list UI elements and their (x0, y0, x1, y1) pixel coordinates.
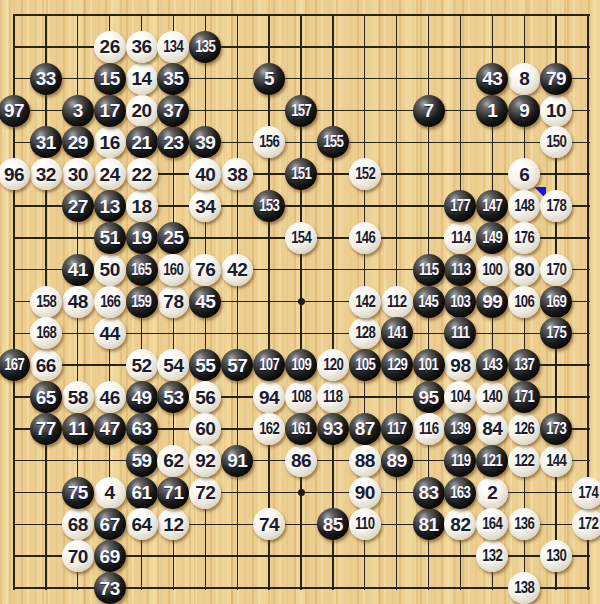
stone-72-white[interactable]: 72 (189, 477, 221, 509)
stone-82-white[interactable]: 82 (444, 508, 476, 540)
move-number: 151 (291, 166, 311, 182)
stone-89-black[interactable]: 89 (381, 445, 413, 477)
move-number: 73 (100, 579, 120, 598)
stone-45-black[interactable]: 45 (189, 286, 221, 318)
move-number: 99 (482, 292, 502, 311)
stone-142-white[interactable]: 142 (349, 286, 381, 318)
stone-119-black[interactable]: 119 (444, 445, 476, 477)
move-number: 114 (451, 230, 470, 246)
move-number: 19 (131, 228, 151, 247)
stone-167-black[interactable]: 167 (0, 349, 30, 381)
stone-139-black[interactable]: 139 (444, 413, 476, 445)
move-number: 140 (482, 389, 502, 405)
stone-138-white[interactable]: 138 (508, 572, 540, 604)
move-number: 164 (482, 516, 502, 532)
move-number: 120 (323, 357, 343, 373)
stone-35-black[interactable]: 35 (157, 63, 189, 95)
move-number: 104 (450, 389, 470, 405)
stone-160-white[interactable]: 160 (157, 254, 189, 286)
stone-129-black[interactable]: 129 (381, 349, 413, 381)
move-number: 161 (291, 421, 311, 437)
stone-36-white[interactable]: 36 (126, 31, 158, 63)
move-number: 162 (259, 421, 279, 437)
move-number: 4 (105, 483, 115, 502)
move-number: 67 (100, 515, 120, 534)
stone-53-black[interactable]: 53 (157, 381, 189, 413)
move-number: 175 (546, 325, 566, 341)
move-number: 148 (514, 198, 534, 214)
stone-30-white[interactable]: 30 (62, 158, 94, 190)
stone-77-black[interactable]: 77 (30, 413, 62, 445)
stone-34-white[interactable]: 34 (189, 190, 221, 222)
stone-99-black[interactable]: 99 (476, 286, 508, 318)
stone-59-black[interactable]: 59 (126, 445, 158, 477)
move-number: 121 (482, 453, 502, 469)
move-number: 112 (387, 294, 406, 310)
stone-9-black[interactable]: 9 (508, 95, 540, 127)
move-number: 169 (546, 294, 566, 310)
move-number: 27 (68, 197, 88, 216)
move-number: 172 (578, 516, 598, 532)
stone-62-white[interactable]: 62 (157, 445, 189, 477)
stone-68-white[interactable]: 68 (62, 508, 94, 540)
move-number: 78 (163, 292, 183, 311)
stone-71-black[interactable]: 71 (157, 477, 189, 509)
move-number: 98 (450, 356, 470, 375)
stone-61-black[interactable]: 61 (126, 477, 158, 509)
stone-10-white[interactable]: 10 (540, 95, 572, 127)
stone-159-black[interactable]: 159 (126, 286, 158, 318)
stone-121-black[interactable]: 121 (476, 445, 508, 477)
move-number: 119 (451, 453, 470, 469)
stone-100-white[interactable]: 100 (476, 254, 508, 286)
stone-5-black[interactable]: 5 (253, 63, 285, 95)
move-number: 33 (36, 69, 56, 88)
stone-174-white[interactable]: 174 (572, 477, 600, 509)
move-number: 63 (131, 419, 151, 438)
stone-22-white[interactable]: 22 (126, 158, 158, 190)
move-number: 163 (450, 485, 470, 501)
move-number: 145 (419, 294, 439, 310)
move-number: 61 (131, 483, 151, 502)
move-number: 47 (100, 419, 120, 438)
stone-163-black[interactable]: 163 (444, 477, 476, 509)
move-number: 31 (36, 133, 56, 152)
go-board[interactable]: 1234567891011121314151617181920212223242… (0, 0, 600, 604)
stone-75-black[interactable]: 75 (62, 477, 94, 509)
move-number: 166 (100, 294, 120, 310)
stone-76-white[interactable]: 76 (189, 254, 221, 286)
move-number: 13 (100, 197, 120, 216)
move-number: 39 (195, 133, 215, 152)
stone-148-white[interactable]: 148 (508, 190, 540, 222)
stone-175-black[interactable]: 175 (540, 317, 572, 349)
stone-149-black[interactable]: 149 (476, 222, 508, 254)
move-number: 69 (100, 547, 120, 566)
stone-118-white[interactable]: 118 (317, 381, 349, 413)
stone-96-white[interactable]: 96 (0, 158, 30, 190)
stone-57-black[interactable]: 57 (221, 349, 253, 381)
stone-95-black[interactable]: 95 (413, 381, 445, 413)
move-number: 105 (355, 357, 375, 373)
move-number: 139 (450, 421, 470, 437)
move-number: 45 (195, 292, 215, 311)
stone-176-white[interactable]: 176 (508, 222, 540, 254)
move-number: 1 (487, 101, 497, 120)
move-number: 15 (100, 69, 120, 88)
stone-153-black[interactable]: 153 (253, 190, 285, 222)
move-number: 103 (450, 294, 470, 310)
move-number: 165 (132, 262, 152, 278)
stone-88-white[interactable]: 88 (349, 445, 381, 477)
move-number: 157 (291, 103, 311, 119)
stone-60-white[interactable]: 60 (189, 413, 221, 445)
stone-73-black[interactable]: 73 (94, 572, 126, 604)
stone-130-white[interactable]: 130 (540, 540, 572, 572)
stone-105-black[interactable]: 105 (349, 349, 381, 381)
move-number: 46 (100, 388, 120, 407)
stone-78-white[interactable]: 78 (157, 286, 189, 318)
stone-12-white[interactable]: 12 (157, 508, 189, 540)
move-number: 134 (163, 39, 183, 55)
stone-4-white[interactable]: 4 (94, 477, 126, 509)
move-number: 130 (546, 548, 566, 564)
stone-21-black[interactable]: 21 (126, 126, 158, 158)
move-number: 59 (131, 451, 151, 470)
move-number: 7 (424, 101, 434, 120)
move-number: 155 (323, 134, 343, 150)
stone-67-black[interactable]: 67 (94, 508, 126, 540)
move-number: 93 (323, 419, 343, 438)
move-number: 160 (163, 262, 183, 278)
stone-58-white[interactable]: 58 (62, 381, 94, 413)
move-number: 38 (227, 165, 247, 184)
move-number: 90 (355, 483, 375, 502)
move-number: 97 (4, 101, 24, 120)
stone-54-white[interactable]: 54 (157, 349, 189, 381)
stone-137-black[interactable]: 137 (508, 349, 540, 381)
move-number: 12 (163, 515, 183, 534)
move-number: 84 (482, 419, 502, 438)
stone-52-white[interactable]: 52 (126, 349, 158, 381)
move-number: 49 (131, 388, 151, 407)
move-number: 25 (163, 228, 183, 247)
move-number: 64 (131, 515, 151, 534)
move-number: 6 (519, 165, 529, 184)
move-number: 138 (514, 580, 534, 596)
move-number: 70 (68, 547, 88, 566)
move-number: 158 (36, 294, 56, 310)
stone-56-white[interactable]: 56 (189, 381, 221, 413)
stone-164-white[interactable]: 164 (476, 508, 508, 540)
stone-178-white[interactable]: 178 (540, 190, 572, 222)
go-game-record: 1234567891011121314151617181920212223242… (0, 0, 600, 604)
stone-94-white[interactable]: 94 (253, 381, 285, 413)
stone-32-white[interactable]: 32 (30, 158, 62, 190)
stone-46-white[interactable]: 46 (94, 381, 126, 413)
stone-150-white[interactable]: 150 (540, 126, 572, 158)
stone-2-white[interactable]: 2 (476, 477, 508, 509)
stone-13-black[interactable]: 13 (94, 190, 126, 222)
stone-83-black[interactable]: 83 (413, 477, 445, 509)
stone-31-black[interactable]: 31 (30, 126, 62, 158)
move-number: 82 (450, 515, 470, 534)
stone-169-black[interactable]: 169 (540, 286, 572, 318)
stone-152-white[interactable]: 152 (349, 158, 381, 190)
stone-86-white[interactable]: 86 (285, 445, 317, 477)
move-number: 154 (291, 230, 311, 246)
stone-128-white[interactable]: 128 (349, 317, 381, 349)
stone-166-white[interactable]: 166 (94, 286, 126, 318)
stone-41-black[interactable]: 41 (62, 254, 94, 286)
stone-170-white[interactable]: 170 (540, 254, 572, 286)
move-number: 72 (195, 483, 215, 502)
stone-173-black[interactable]: 173 (540, 413, 572, 445)
stone-29-black[interactable]: 29 (62, 126, 94, 158)
move-number: 113 (451, 262, 470, 278)
stone-168-white[interactable]: 168 (30, 317, 62, 349)
move-number: 24 (100, 165, 120, 184)
stone-120-white[interactable]: 120 (317, 349, 349, 381)
move-number: 141 (387, 325, 407, 341)
stone-117-black[interactable]: 117 (381, 413, 413, 445)
move-number: 21 (131, 133, 151, 152)
move-number: 146 (355, 230, 375, 246)
star-point (298, 298, 305, 305)
stone-97-black[interactable]: 97 (0, 95, 30, 127)
move-number: 3 (73, 101, 83, 120)
move-number: 43 (482, 69, 502, 88)
move-number: 106 (514, 294, 534, 310)
move-number: 96 (4, 165, 24, 184)
stone-103-black[interactable]: 103 (444, 286, 476, 318)
move-number: 150 (546, 134, 566, 150)
move-number: 87 (355, 419, 375, 438)
move-number: 34 (195, 197, 215, 216)
move-number: 91 (227, 451, 247, 470)
stone-24-white[interactable]: 24 (94, 158, 126, 190)
move-number: 56 (195, 388, 215, 407)
stone-158-white[interactable]: 158 (30, 286, 62, 318)
stone-90-white[interactable]: 90 (349, 477, 381, 509)
stone-98-white[interactable]: 98 (444, 349, 476, 381)
stone-113-black[interactable]: 113 (444, 254, 476, 286)
stone-70-white[interactable]: 70 (62, 540, 94, 572)
stone-69-black[interactable]: 69 (94, 540, 126, 572)
stone-154-white[interactable]: 154 (285, 222, 317, 254)
stone-17-black[interactable]: 17 (94, 95, 126, 127)
stone-37-black[interactable]: 37 (157, 95, 189, 127)
stone-85-black[interactable]: 85 (317, 508, 349, 540)
stone-33-black[interactable]: 33 (30, 63, 62, 95)
move-number: 40 (195, 165, 215, 184)
stone-40-white[interactable]: 40 (189, 158, 221, 190)
stone-144-white[interactable]: 144 (540, 445, 572, 477)
stone-38-white[interactable]: 38 (221, 158, 253, 190)
stone-8-white[interactable]: 8 (508, 63, 540, 95)
move-number: 66 (36, 356, 56, 375)
stone-110-white[interactable]: 110 (349, 508, 381, 540)
stone-177-black[interactable]: 177 (444, 190, 476, 222)
stone-134-white[interactable]: 134 (157, 31, 189, 63)
move-number: 83 (418, 483, 438, 502)
stone-108-white[interactable]: 108 (285, 381, 317, 413)
move-number: 8 (519, 69, 529, 88)
move-number: 153 (259, 198, 279, 214)
stone-87-black[interactable]: 87 (349, 413, 381, 445)
stone-6-white[interactable]: 6 (508, 158, 540, 190)
move-number: 2 (487, 483, 497, 502)
stone-104-white[interactable]: 104 (444, 381, 476, 413)
stone-50-white[interactable]: 50 (94, 254, 126, 286)
stone-23-black[interactable]: 23 (157, 126, 189, 158)
move-number: 92 (195, 451, 215, 470)
move-number: 42 (227, 260, 247, 279)
move-number: 135 (195, 39, 215, 55)
move-number: 176 (514, 230, 534, 246)
stone-79-black[interactable]: 79 (540, 63, 572, 95)
move-number: 62 (163, 451, 183, 470)
stone-39-black[interactable]: 39 (189, 126, 221, 158)
stone-165-black[interactable]: 165 (126, 254, 158, 286)
move-number: 149 (482, 230, 502, 246)
move-number: 94 (259, 388, 279, 407)
move-number: 71 (163, 483, 183, 502)
stone-81-black[interactable]: 81 (413, 508, 445, 540)
stone-135-black[interactable]: 135 (189, 31, 221, 63)
move-number: 88 (355, 451, 375, 470)
stone-111-black[interactable]: 111 (444, 317, 476, 349)
move-number: 20 (131, 101, 151, 120)
stone-147-black[interactable]: 147 (476, 190, 508, 222)
stone-155-black[interactable]: 155 (317, 126, 349, 158)
move-number: 58 (68, 388, 88, 407)
stone-15-black[interactable]: 15 (94, 63, 126, 95)
stone-146-white[interactable]: 146 (349, 222, 381, 254)
move-number: 65 (36, 388, 56, 407)
stone-115-black[interactable]: 115 (413, 254, 445, 286)
stone-157-black[interactable]: 157 (285, 95, 317, 127)
move-number: 128 (355, 325, 375, 341)
stone-145-black[interactable]: 145 (413, 286, 445, 318)
move-number: 108 (291, 389, 311, 405)
stone-25-black[interactable]: 25 (157, 222, 189, 254)
stone-64-white[interactable]: 64 (126, 508, 158, 540)
stone-7-black[interactable]: 7 (413, 95, 445, 127)
move-number: 117 (387, 421, 406, 437)
stone-20-white[interactable]: 20 (126, 95, 158, 127)
move-number: 23 (163, 133, 183, 152)
move-number: 156 (259, 134, 279, 150)
stone-42-white[interactable]: 42 (221, 254, 253, 286)
stone-51-black[interactable]: 51 (94, 222, 126, 254)
stone-65-black[interactable]: 65 (30, 381, 62, 413)
stone-156-white[interactable]: 156 (253, 126, 285, 158)
stone-112-white[interactable]: 112 (381, 286, 413, 318)
move-number: 79 (546, 69, 566, 88)
move-number: 122 (514, 453, 534, 469)
stone-172-white[interactable]: 172 (572, 508, 600, 540)
move-number: 107 (259, 357, 279, 373)
stone-3-black[interactable]: 3 (62, 95, 94, 127)
stone-43-black[interactable]: 43 (476, 63, 508, 95)
stone-122-white[interactable]: 122 (508, 445, 540, 477)
stone-91-black[interactable]: 91 (221, 445, 253, 477)
stone-162-white[interactable]: 162 (253, 413, 285, 445)
stone-141-black[interactable]: 141 (381, 317, 413, 349)
stone-80-white[interactable]: 80 (508, 254, 540, 286)
stone-101-black[interactable]: 101 (413, 349, 445, 381)
move-number: 11 (68, 419, 87, 438)
stone-11-black[interactable]: 11 (62, 413, 94, 445)
stone-93-black[interactable]: 93 (317, 413, 349, 445)
stone-18-white[interactable]: 18 (126, 190, 158, 222)
move-number: 109 (291, 357, 311, 373)
stone-136-white[interactable]: 136 (508, 508, 540, 540)
stone-63-black[interactable]: 63 (126, 413, 158, 445)
stone-47-black[interactable]: 47 (94, 413, 126, 445)
move-number: 137 (514, 357, 534, 373)
move-number: 35 (163, 69, 183, 88)
stone-27-black[interactable]: 27 (62, 190, 94, 222)
move-number: 74 (259, 515, 279, 534)
stone-171-black[interactable]: 171 (508, 381, 540, 413)
stone-116-white[interactable]: 116 (413, 413, 445, 445)
stone-1-black[interactable]: 1 (476, 95, 508, 127)
stone-143-black[interactable]: 143 (476, 349, 508, 381)
move-number: 95 (418, 388, 438, 407)
move-number: 41 (68, 260, 88, 279)
stone-109-black[interactable]: 109 (285, 349, 317, 381)
stone-132-white[interactable]: 132 (476, 540, 508, 572)
move-number: 52 (131, 356, 151, 375)
move-number: 147 (482, 198, 502, 214)
stone-114-white[interactable]: 114 (444, 222, 476, 254)
move-number: 89 (387, 451, 407, 470)
stone-14-white[interactable]: 14 (126, 63, 158, 95)
move-number: 80 (514, 260, 534, 279)
stone-55-black[interactable]: 55 (189, 349, 221, 381)
move-number: 126 (514, 421, 534, 437)
move-number: 50 (100, 260, 120, 279)
stone-107-black[interactable]: 107 (253, 349, 285, 381)
move-number: 5 (264, 69, 274, 88)
move-number: 26 (100, 37, 120, 56)
stone-161-black[interactable]: 161 (285, 413, 317, 445)
stone-48-white[interactable]: 48 (62, 286, 94, 318)
move-number: 29 (68, 133, 88, 152)
stone-16-white[interactable]: 16 (94, 126, 126, 158)
move-number: 17 (100, 101, 120, 120)
stone-140-white[interactable]: 140 (476, 381, 508, 413)
move-number: 32 (36, 165, 56, 184)
stone-19-black[interactable]: 19 (126, 222, 158, 254)
move-number: 51 (100, 228, 120, 247)
stone-92-white[interactable]: 92 (189, 445, 221, 477)
move-number: 85 (323, 515, 343, 534)
stone-84-white[interactable]: 84 (476, 413, 508, 445)
stone-74-white[interactable]: 74 (253, 508, 285, 540)
stone-126-white[interactable]: 126 (508, 413, 540, 445)
move-number: 55 (195, 356, 215, 375)
stone-151-black[interactable]: 151 (285, 158, 317, 190)
stone-49-black[interactable]: 49 (126, 381, 158, 413)
stone-26-white[interactable]: 26 (94, 31, 126, 63)
stone-66-white[interactable]: 66 (30, 349, 62, 381)
stone-44-white[interactable]: 44 (94, 317, 126, 349)
stone-106-white[interactable]: 106 (508, 286, 540, 318)
grid-line-vertical (332, 14, 333, 590)
